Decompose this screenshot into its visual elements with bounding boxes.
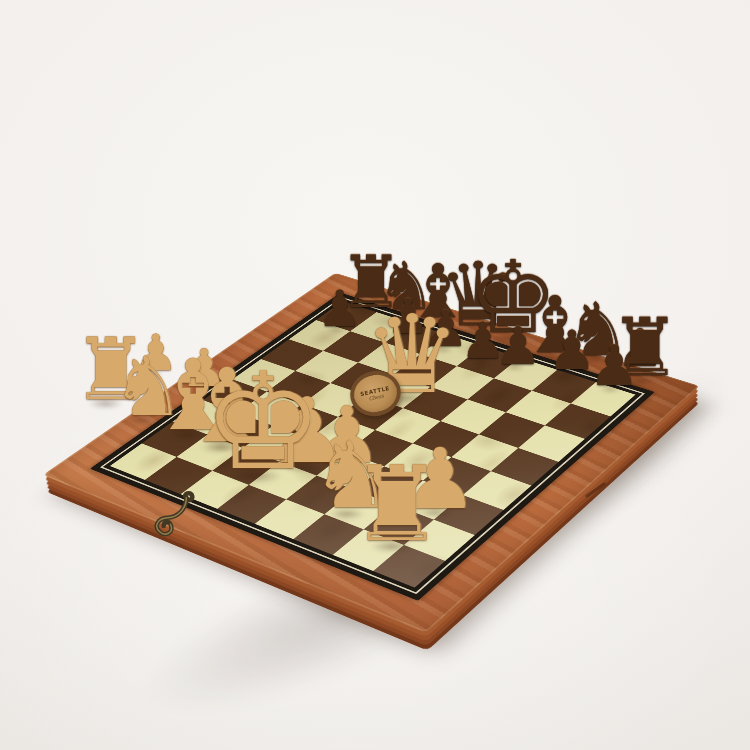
piece-white-king[interactable]: ♚ [203, 355, 323, 489]
piece-black-pawn[interactable]: ♟ [318, 284, 363, 334]
piece-black-pawn[interactable]: ♟ [589, 338, 639, 394]
chess-set-photo: ♜♞♝♟♛♟♚♟♝♞♟♟♟♟♟♜♟♟♛♜♞♝♝♟♟♚♟♞♜ SEATTLE Ch… [0, 0, 750, 750]
piece-white-rook[interactable]: ♜ [350, 452, 443, 556]
piece-black-pawn[interactable]: ♟ [495, 320, 542, 372]
